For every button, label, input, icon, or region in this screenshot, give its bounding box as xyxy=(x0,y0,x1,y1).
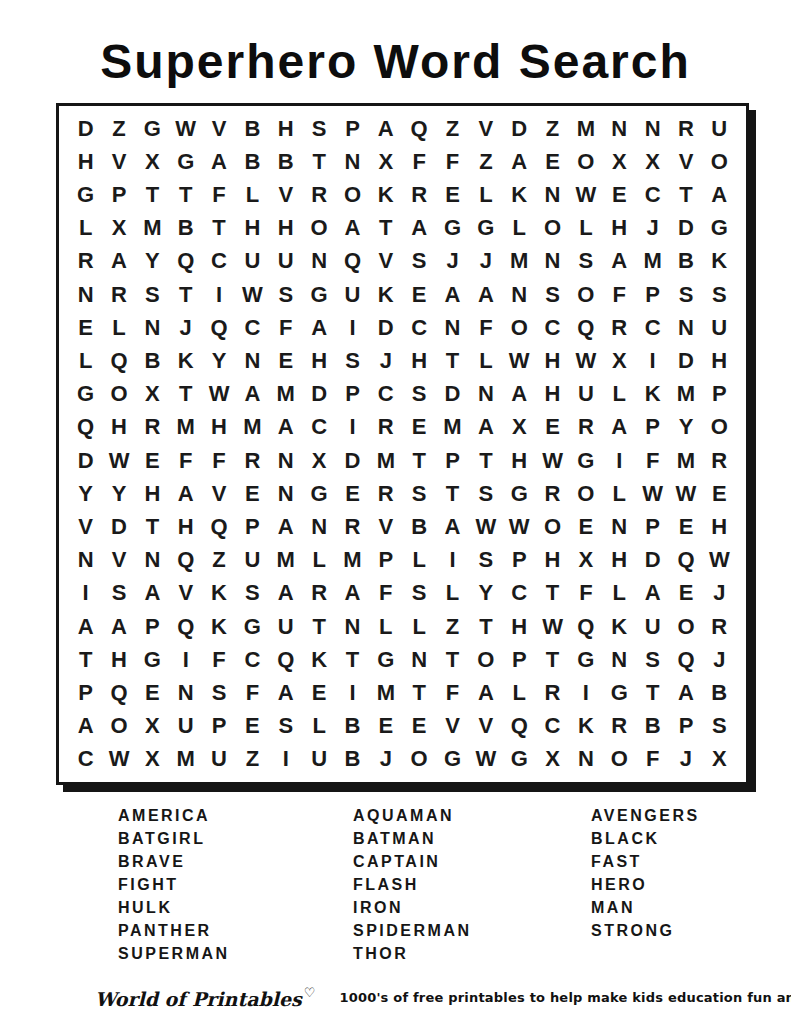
grid-cell: H xyxy=(202,411,235,444)
grid-cell: W xyxy=(169,112,202,145)
grid-cell: J xyxy=(469,245,502,278)
grid-cell: F xyxy=(202,643,235,676)
grid-cell: V xyxy=(436,710,469,743)
grid-cell: Q xyxy=(169,544,202,577)
grid-cell: I xyxy=(336,311,369,344)
grid-cell: V xyxy=(102,544,135,577)
grid-cell: R xyxy=(536,676,569,709)
footer: World of Printables♡ 1000's of free prin… xyxy=(95,985,735,1010)
grid-cell: N xyxy=(503,278,536,311)
grid-cell: A xyxy=(336,577,369,610)
grid-cell: Q xyxy=(569,311,602,344)
grid-cell: D xyxy=(436,378,469,411)
grid-cell: B xyxy=(236,112,269,145)
grid-cell: P xyxy=(136,610,169,643)
grid-cell: A xyxy=(503,378,536,411)
grid-cell: C xyxy=(536,311,569,344)
grid-cell: G xyxy=(503,743,536,776)
grid-cell: W xyxy=(102,444,135,477)
grid-cell: G xyxy=(503,477,536,510)
word-list-item: PANTHER xyxy=(118,919,230,942)
word-list-item: FLASH xyxy=(353,873,472,896)
grid-cell: F xyxy=(436,145,469,178)
grid-cell: I xyxy=(269,743,302,776)
grid-cell: L xyxy=(69,212,102,245)
grid-cell: O xyxy=(669,610,702,643)
grid-cell: A xyxy=(603,245,636,278)
grid-cell: V xyxy=(202,477,235,510)
grid-cell: U xyxy=(703,112,736,145)
grid-cell: E xyxy=(69,311,102,344)
grid-cell: U xyxy=(236,245,269,278)
grid-cell: E xyxy=(603,178,636,211)
grid-cell: A xyxy=(269,510,302,543)
grid-cell: X xyxy=(603,344,636,377)
grid-cell: N xyxy=(336,145,369,178)
grid-cell: O xyxy=(336,178,369,211)
grid-cell: P xyxy=(503,643,536,676)
grid-cell: G xyxy=(369,643,402,676)
word-list-item: BATMAN xyxy=(353,827,472,850)
grid-cell: D xyxy=(636,544,669,577)
grid-cell: A xyxy=(136,577,169,610)
grid-cell: H xyxy=(503,444,536,477)
grid-cell: Z xyxy=(202,544,235,577)
grid-cell: E xyxy=(336,477,369,510)
grid-cell: E xyxy=(302,676,335,709)
grid-cell: O xyxy=(503,311,536,344)
grid-cell: L xyxy=(469,344,502,377)
grid-cell: T xyxy=(436,477,469,510)
grid-cell: H xyxy=(703,510,736,543)
grid-cell: D xyxy=(669,344,702,377)
grid-cell: G xyxy=(569,643,602,676)
grid-cell: I xyxy=(336,411,369,444)
grid-cell: T xyxy=(169,178,202,211)
grid-cell: Q xyxy=(669,544,702,577)
grid-cell: A xyxy=(236,378,269,411)
grid-cell: E xyxy=(569,510,602,543)
word-list: AMERICABATGIRLBRAVEFIGHTHULKPANTHERSUPER… xyxy=(0,804,791,969)
grid-cell: R xyxy=(136,411,169,444)
grid-cell: F xyxy=(436,676,469,709)
grid-cell: M xyxy=(436,411,469,444)
grid-cell: P xyxy=(503,544,536,577)
grid-cell: D xyxy=(69,444,102,477)
grid-cell: W xyxy=(503,344,536,377)
grid-cell: B xyxy=(402,510,435,543)
grid-cell: P xyxy=(336,112,369,145)
word-column: AQUAMANBATMANCAPTAINFLASHIRONSPIDERMANTH… xyxy=(353,804,472,965)
grid-cell: K xyxy=(369,178,402,211)
grid-cell: U xyxy=(169,710,202,743)
grid-cell: M xyxy=(136,212,169,245)
grid-cell: S xyxy=(703,710,736,743)
word-list-item: HULK xyxy=(118,896,230,919)
grid-cell: B xyxy=(336,743,369,776)
grid-cell: R xyxy=(102,278,135,311)
grid-cell: G xyxy=(69,378,102,411)
grid-cell: A xyxy=(336,212,369,245)
grid-cell: L xyxy=(402,544,435,577)
grid-cell: L xyxy=(302,544,335,577)
grid-cell: J xyxy=(669,743,702,776)
grid-cell: N xyxy=(136,311,169,344)
grid-cell: H xyxy=(302,344,335,377)
word-column: AMERICABATGIRLBRAVEFIGHTHULKPANTHERSUPER… xyxy=(118,804,230,965)
grid-cell: I xyxy=(436,544,469,577)
grid-cell: P xyxy=(369,544,402,577)
grid-cell: H xyxy=(102,643,135,676)
grid-cell: L xyxy=(302,710,335,743)
grid-cell: L xyxy=(503,212,536,245)
grid-cell: H xyxy=(402,344,435,377)
grid-cell: U xyxy=(302,743,335,776)
grid-cell: F xyxy=(469,311,502,344)
grid-cell: C xyxy=(302,411,335,444)
grid-cell: H xyxy=(703,344,736,377)
grid-cell: S xyxy=(336,344,369,377)
grid-cell: H xyxy=(603,544,636,577)
grid-cell: T xyxy=(336,643,369,676)
grid-cell: I xyxy=(603,444,636,477)
page-title: Superhero Word Search xyxy=(0,34,791,89)
grid-cell: S xyxy=(669,278,702,311)
grid-cell: N xyxy=(603,643,636,676)
grid-cell: T xyxy=(402,444,435,477)
grid-cell: A xyxy=(402,212,435,245)
grid-cell: P xyxy=(636,411,669,444)
grid-cell: F xyxy=(603,278,636,311)
grid-cell: X xyxy=(136,743,169,776)
grid-cell: R xyxy=(703,610,736,643)
grid-cell: A xyxy=(503,145,536,178)
grid-cell: C xyxy=(636,311,669,344)
grid-cell: G xyxy=(302,278,335,311)
grid-cell: F xyxy=(236,676,269,709)
grid-cell: S xyxy=(569,245,602,278)
grid-cell: V xyxy=(369,510,402,543)
grid-cell: C xyxy=(402,311,435,344)
grid-cell: S xyxy=(469,544,502,577)
grid-cell: J xyxy=(703,643,736,676)
word-column: AVENGERSBLACKFASTHEROMANSTRONG xyxy=(591,804,700,942)
grid-cell: K xyxy=(703,245,736,278)
grid-cell: R xyxy=(402,178,435,211)
grid-cell: Q xyxy=(69,411,102,444)
grid-cell: A xyxy=(369,112,402,145)
grid-cell: M xyxy=(269,544,302,577)
grid-cell: R xyxy=(369,411,402,444)
footer-tagline: 1000's of free printables to help make k… xyxy=(339,990,791,1005)
grid-cell: T xyxy=(202,212,235,245)
grid-cell: R xyxy=(302,178,335,211)
grid-cell: L xyxy=(603,477,636,510)
word-list-item: BRAVE xyxy=(118,850,230,873)
grid-cell: U xyxy=(569,378,602,411)
grid-cell: Y xyxy=(202,344,235,377)
grid-cell: S xyxy=(102,577,135,610)
grid-cell: Z xyxy=(536,112,569,145)
grid-cell: G xyxy=(69,178,102,211)
grid-cell: F xyxy=(569,577,602,610)
grid-cell: A xyxy=(669,676,702,709)
word-list-item: AQUAMAN xyxy=(353,804,472,827)
grid-cell: M xyxy=(669,444,702,477)
grid-cell: S xyxy=(469,477,502,510)
grid-cell: E xyxy=(703,477,736,510)
grid-cell: A xyxy=(469,278,502,311)
grid-cell: Z xyxy=(469,145,502,178)
grid-cell: J xyxy=(369,344,402,377)
grid-cell: U xyxy=(636,610,669,643)
grid-cell: G xyxy=(603,676,636,709)
grid-cell: G xyxy=(703,212,736,245)
word-list-item: FIGHT xyxy=(118,873,230,896)
grid-cell: M xyxy=(236,411,269,444)
grid-cell: O xyxy=(569,278,602,311)
puzzle-board: DZGWVBHSPAQZVDZMNNRUHVXGABBTNXFFZAEOXXVO… xyxy=(56,103,749,785)
grid-cell: T xyxy=(636,676,669,709)
grid-cell: P xyxy=(236,510,269,543)
grid-cell: Y xyxy=(669,411,702,444)
grid-cell: Q xyxy=(336,245,369,278)
grid-cell: A xyxy=(469,411,502,444)
grid-cell: P xyxy=(636,510,669,543)
grid-cell: P xyxy=(69,676,102,709)
grid-cell: N xyxy=(402,643,435,676)
grid-cell: Y xyxy=(469,577,502,610)
grid-cell: N xyxy=(436,311,469,344)
grid-cell: A xyxy=(436,510,469,543)
grid-cell: Z xyxy=(236,743,269,776)
footer-logo: World of Printables♡ xyxy=(95,985,315,1010)
grid-cell: I xyxy=(336,676,369,709)
grid-cell: L xyxy=(603,577,636,610)
grid-cell: P xyxy=(102,178,135,211)
grid-cell: J xyxy=(436,245,469,278)
grid-cell: N xyxy=(603,510,636,543)
grid-cell: Z xyxy=(436,610,469,643)
grid-cell: M xyxy=(169,743,202,776)
grid-cell: N xyxy=(69,544,102,577)
grid-cell: K xyxy=(503,178,536,211)
grid-cell: T xyxy=(469,610,502,643)
grid-cell: E xyxy=(536,411,569,444)
grid-cell: O xyxy=(102,710,135,743)
grid-cell: E xyxy=(269,344,302,377)
grid-cell: R xyxy=(603,710,636,743)
grid-cell: K xyxy=(569,710,602,743)
grid-cell: X xyxy=(703,743,736,776)
grid-cell: N xyxy=(269,444,302,477)
grid-cell: D xyxy=(669,212,702,245)
grid-cell: O xyxy=(536,212,569,245)
grid-cell: Q xyxy=(169,610,202,643)
grid-cell: N xyxy=(569,743,602,776)
grid-cell: H xyxy=(503,610,536,643)
grid-cell: P xyxy=(669,710,702,743)
grid-cell: R xyxy=(669,112,702,145)
grid-cell: L xyxy=(603,378,636,411)
grid-cell: I xyxy=(569,676,602,709)
grid-cell: M xyxy=(569,112,602,145)
grid-cell: R xyxy=(302,577,335,610)
grid-cell: A xyxy=(169,477,202,510)
grid-cell: B xyxy=(136,344,169,377)
grid-cell: W xyxy=(469,743,502,776)
grid-cell: E xyxy=(369,710,402,743)
grid-cell: L xyxy=(569,212,602,245)
grid-cell: K xyxy=(202,610,235,643)
grid-cell: N xyxy=(169,676,202,709)
grid-cell: E xyxy=(669,510,702,543)
grid-cell: H xyxy=(69,145,102,178)
grid-cell: A xyxy=(69,710,102,743)
grid-cell: V xyxy=(202,112,235,145)
grid-cell: L xyxy=(402,610,435,643)
grid-cell: L xyxy=(436,577,469,610)
word-list-item: AVENGERS xyxy=(591,804,700,827)
grid-cell: N xyxy=(236,344,269,377)
grid-cell: A xyxy=(269,577,302,610)
grid-cell: V xyxy=(669,145,702,178)
grid-cell: C xyxy=(369,378,402,411)
grid-cell: V xyxy=(169,577,202,610)
grid-cell: U xyxy=(269,245,302,278)
grid-cell: S xyxy=(202,676,235,709)
grid-cell: H xyxy=(236,212,269,245)
grid-cell: F xyxy=(202,444,235,477)
grid-cell: I xyxy=(636,344,669,377)
grid-cell: W xyxy=(669,477,702,510)
grid-cell: A xyxy=(603,411,636,444)
grid-cell: W xyxy=(636,477,669,510)
grid-cell: A xyxy=(269,676,302,709)
grid-cell: E xyxy=(669,577,702,610)
grid-cell: F xyxy=(269,311,302,344)
grid-cell: T xyxy=(469,444,502,477)
grid-cell: H xyxy=(269,112,302,145)
grid-cell: Z xyxy=(436,112,469,145)
grid-cell: U xyxy=(202,743,235,776)
grid-cell: U xyxy=(269,610,302,643)
grid-cell: X xyxy=(603,145,636,178)
grid-cell: G xyxy=(169,145,202,178)
grid-cell: W xyxy=(569,344,602,377)
grid-cell: L xyxy=(102,311,135,344)
grid-cell: J xyxy=(369,743,402,776)
grid-cell: K xyxy=(169,344,202,377)
grid-cell: P xyxy=(636,278,669,311)
grid-cell: I xyxy=(69,577,102,610)
grid-cell: O xyxy=(703,145,736,178)
grid-cell: T xyxy=(136,510,169,543)
grid-cell: A xyxy=(636,577,669,610)
grid-cell: N xyxy=(136,544,169,577)
grid-cell: B xyxy=(703,676,736,709)
grid-cell: F xyxy=(636,444,669,477)
word-list-item: HERO xyxy=(591,873,700,896)
grid-cell: T xyxy=(69,643,102,676)
grid-cell: N xyxy=(636,112,669,145)
grid-cell: N xyxy=(302,245,335,278)
grid-cell: T xyxy=(136,178,169,211)
grid-cell: S xyxy=(402,245,435,278)
grid-cell: Q xyxy=(102,676,135,709)
grid-cell: B xyxy=(336,710,369,743)
grid-cell: H xyxy=(536,378,569,411)
word-list-item: IRON xyxy=(353,896,472,919)
grid-cell: I xyxy=(202,278,235,311)
grid-cell: G xyxy=(136,643,169,676)
grid-cell: D xyxy=(369,311,402,344)
grid-cell: W xyxy=(102,743,135,776)
grid-cell: L xyxy=(369,610,402,643)
grid-cell: K xyxy=(603,610,636,643)
grid-cell: A xyxy=(703,178,736,211)
grid-cell: V xyxy=(469,112,502,145)
grid-cell: H xyxy=(102,411,135,444)
grid-cell: B xyxy=(236,145,269,178)
word-list-item: BLACK xyxy=(591,827,700,850)
footer-logo-text: World of Printables xyxy=(95,988,302,1010)
grid-cell: Y xyxy=(102,477,135,510)
grid-cell: E xyxy=(402,411,435,444)
grid-cell: O xyxy=(102,378,135,411)
grid-cell: S xyxy=(302,112,335,145)
grid-cell: U xyxy=(336,278,369,311)
grid-cell: P xyxy=(202,710,235,743)
grid-cell: A xyxy=(202,145,235,178)
grid-cell: F xyxy=(369,577,402,610)
grid-cell: G xyxy=(436,743,469,776)
grid-cell: G xyxy=(302,477,335,510)
grid-cell: M xyxy=(169,411,202,444)
grid-cell: U xyxy=(703,311,736,344)
grid-cell: R xyxy=(536,477,569,510)
grid-cell: G xyxy=(469,212,502,245)
grid-cell: W xyxy=(202,378,235,411)
grid-cell: W xyxy=(503,510,536,543)
grid-cell: A xyxy=(436,278,469,311)
word-list-item: MAN xyxy=(591,896,700,919)
grid-cell: X xyxy=(136,710,169,743)
grid-cell: W xyxy=(236,278,269,311)
word-list-item: STRONG xyxy=(591,919,700,942)
grid-cell: S xyxy=(402,378,435,411)
grid-cell: E xyxy=(436,178,469,211)
grid-cell: W xyxy=(536,444,569,477)
grid-cell: T xyxy=(669,178,702,211)
grid-cell: L xyxy=(69,344,102,377)
grid-cell: E xyxy=(236,477,269,510)
grid-cell: X xyxy=(569,544,602,577)
grid-cell: B xyxy=(669,245,702,278)
grid-cell: N xyxy=(269,477,302,510)
grid-cell: H xyxy=(536,344,569,377)
grid-cell: E xyxy=(402,278,435,311)
grid-cell: O xyxy=(536,510,569,543)
grid-cell: B xyxy=(169,212,202,245)
grid-cell: A xyxy=(102,245,135,278)
word-list-item: CAPTAIN xyxy=(353,850,472,873)
grid-cell: A xyxy=(469,676,502,709)
grid-cell: R xyxy=(69,245,102,278)
grid-cell: T xyxy=(369,212,402,245)
grid-cell: Q xyxy=(669,643,702,676)
grid-cell: Q xyxy=(102,344,135,377)
